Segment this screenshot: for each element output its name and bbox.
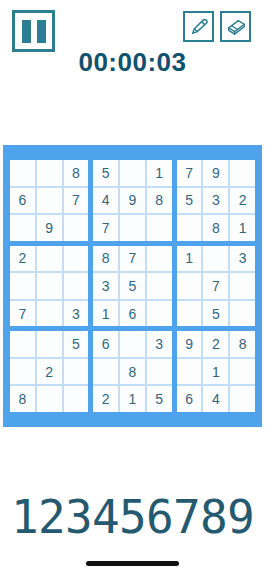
cell-r6c6[interactable] <box>147 301 172 327</box>
cell-r6c2[interactable] <box>37 301 62 327</box>
cell-r5c5[interactable]: 5 <box>120 273 145 299</box>
pencil-icon <box>188 16 210 38</box>
key-7[interactable]: 7 <box>173 494 200 540</box>
cell-r9c7[interactable]: 6 <box>177 386 202 412</box>
box-6: 1375 <box>177 246 255 327</box>
cell-r5c6[interactable] <box>147 273 172 299</box>
cell-r6c4[interactable]: 1 <box>93 301 118 327</box>
cell-r7c5[interactable] <box>120 331 145 357</box>
cell-r8c4[interactable] <box>93 359 118 385</box>
key-9[interactable]: 9 <box>227 494 254 540</box>
cell-r7c1[interactable] <box>10 331 35 357</box>
cell-r8c8[interactable]: 1 <box>203 359 228 385</box>
cell-r1c3[interactable]: 8 <box>64 160 89 186</box>
cell-r7c2[interactable] <box>37 331 62 357</box>
home-indicator[interactable] <box>86 561 179 566</box>
key-1[interactable]: 1 <box>11 494 38 540</box>
cell-r5c3[interactable] <box>64 273 89 299</box>
cell-r5c2[interactable] <box>37 273 62 299</box>
cell-r8c2[interactable]: 2 <box>37 359 62 385</box>
cell-r4c3[interactable] <box>64 246 89 272</box>
cell-r9c3[interactable] <box>64 386 89 412</box>
box-9: 928164 <box>177 331 255 412</box>
sudoku-board: 8679514987795328127387351613755286382159… <box>3 145 262 427</box>
box-4: 273 <box>10 246 88 327</box>
cell-r2c9[interactable]: 2 <box>230 188 255 214</box>
cell-r6c9[interactable] <box>230 301 255 327</box>
cell-r7c3[interactable]: 5 <box>64 331 89 357</box>
cell-r9c2[interactable] <box>37 386 62 412</box>
cell-r7c7[interactable]: 9 <box>177 331 202 357</box>
cell-r9c8[interactable]: 4 <box>203 386 228 412</box>
cell-r9c1[interactable]: 8 <box>10 386 35 412</box>
number-keypad: 123456789 <box>0 494 265 540</box>
cell-r3c7[interactable] <box>177 215 202 241</box>
cell-r6c5[interactable]: 6 <box>120 301 145 327</box>
cell-r8c1[interactable] <box>10 359 35 385</box>
cell-r3c5[interactable] <box>120 215 145 241</box>
cell-r8c9[interactable] <box>230 359 255 385</box>
cell-r1c8[interactable]: 9 <box>203 160 228 186</box>
notes-button[interactable] <box>183 11 214 42</box>
cell-r9c9[interactable] <box>230 386 255 412</box>
cell-r3c6[interactable] <box>147 215 172 241</box>
key-6[interactable]: 6 <box>146 494 173 540</box>
cell-r1c9[interactable] <box>230 160 255 186</box>
cell-r4c2[interactable] <box>37 246 62 272</box>
cell-r7c9[interactable]: 8 <box>230 331 255 357</box>
cell-r7c8[interactable]: 2 <box>203 331 228 357</box>
key-5[interactable]: 5 <box>119 494 146 540</box>
eraser-button[interactable] <box>220 11 251 42</box>
key-3[interactable]: 3 <box>65 494 92 540</box>
box-5: 873516 <box>93 246 171 327</box>
cell-r8c6[interactable] <box>147 359 172 385</box>
cell-r5c1[interactable] <box>10 273 35 299</box>
cell-r8c5[interactable]: 8 <box>120 359 145 385</box>
box-1: 8679 <box>10 160 88 241</box>
cell-r6c7[interactable] <box>177 301 202 327</box>
cell-r2c2[interactable] <box>37 188 62 214</box>
box-2: 514987 <box>93 160 171 241</box>
cell-r4c1[interactable]: 2 <box>10 246 35 272</box>
pause-button[interactable] <box>12 10 55 52</box>
cell-r6c8[interactable]: 5 <box>203 301 228 327</box>
cell-r3c8[interactable]: 8 <box>203 215 228 241</box>
box-3: 7953281 <box>177 160 255 241</box>
box-8: 638215 <box>93 331 171 412</box>
cell-r5c8[interactable]: 7 <box>203 273 228 299</box>
cell-r3c3[interactable] <box>64 215 89 241</box>
cell-r2c7[interactable]: 5 <box>177 188 202 214</box>
cell-r3c4[interactable]: 7 <box>93 215 118 241</box>
cell-r1c2[interactable] <box>37 160 62 186</box>
cell-r1c6[interactable]: 1 <box>147 160 172 186</box>
cell-r9c6[interactable]: 5 <box>147 386 172 412</box>
cell-r4c9[interactable]: 3 <box>230 246 255 272</box>
cell-r1c4[interactable]: 5 <box>93 160 118 186</box>
cell-r3c2[interactable]: 9 <box>37 215 62 241</box>
eraser-icon <box>225 16 247 38</box>
cell-r6c3[interactable]: 3 <box>64 301 89 327</box>
cell-r9c4[interactable]: 2 <box>93 386 118 412</box>
cell-r5c9[interactable] <box>230 273 255 299</box>
sudoku-app-screen: 00:00:03 8679514987795328127387351613755… <box>0 0 265 574</box>
cell-r5c4[interactable]: 3 <box>93 273 118 299</box>
key-4[interactable]: 4 <box>92 494 119 540</box>
cell-r1c1[interactable] <box>10 160 35 186</box>
key-8[interactable]: 8 <box>200 494 227 540</box>
cell-r4c6[interactable] <box>147 246 172 272</box>
cell-r2c3[interactable]: 7 <box>64 188 89 214</box>
cell-r1c5[interactable] <box>120 160 145 186</box>
cell-r1c7[interactable]: 7 <box>177 160 202 186</box>
cell-r5c7[interactable] <box>177 273 202 299</box>
pause-icon <box>22 20 31 43</box>
cell-r8c3[interactable] <box>64 359 89 385</box>
cell-r4c8[interactable] <box>203 246 228 272</box>
cell-r2c6[interactable]: 8 <box>147 188 172 214</box>
cell-r4c7[interactable]: 1 <box>177 246 202 272</box>
cell-r6c1[interactable]: 7 <box>10 301 35 327</box>
key-2[interactable]: 2 <box>38 494 65 540</box>
timer: 00:00:03 <box>0 47 265 78</box>
cell-r2c1[interactable]: 6 <box>10 188 35 214</box>
cell-r9c5[interactable]: 1 <box>120 386 145 412</box>
cell-r2c5[interactable]: 9 <box>120 188 145 214</box>
cell-r3c1[interactable] <box>10 215 35 241</box>
cell-r7c6[interactable]: 3 <box>147 331 172 357</box>
cell-r8c7[interactable] <box>177 359 202 385</box>
cell-r2c8[interactable]: 3 <box>203 188 228 214</box>
cell-r2c4[interactable]: 4 <box>93 188 118 214</box>
box-7: 528 <box>10 331 88 412</box>
pause-icon <box>37 20 46 43</box>
cell-r4c5[interactable]: 7 <box>120 246 145 272</box>
cell-r7c4[interactable]: 6 <box>93 331 118 357</box>
cell-r3c9[interactable]: 1 <box>230 215 255 241</box>
cell-r4c4[interactable]: 8 <box>93 246 118 272</box>
